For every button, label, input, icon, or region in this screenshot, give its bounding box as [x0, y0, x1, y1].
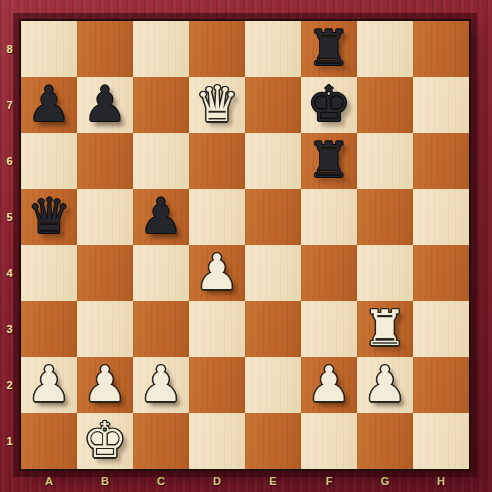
square-b4[interactable] — [77, 245, 133, 301]
square-d2[interactable] — [189, 357, 245, 413]
square-f7[interactable]: ♚ — [301, 77, 357, 133]
square-d7[interactable]: ♛ — [189, 77, 245, 133]
file-label-d: D — [189, 469, 245, 492]
square-g4[interactable] — [357, 245, 413, 301]
square-h7[interactable] — [413, 77, 469, 133]
rank-label-2: 2 — [0, 357, 19, 413]
square-f4[interactable] — [301, 245, 357, 301]
square-b8[interactable] — [77, 21, 133, 77]
square-c5[interactable]: ♟ — [133, 189, 189, 245]
square-c8[interactable] — [133, 21, 189, 77]
black-queen-a5[interactable]: ♛ — [27, 189, 71, 245]
square-a3[interactable] — [21, 301, 77, 357]
square-e3[interactable] — [245, 301, 301, 357]
rank-label-8: 8 — [0, 21, 19, 77]
square-b2[interactable]: ♟ — [77, 357, 133, 413]
square-c2[interactable]: ♟ — [133, 357, 189, 413]
rank-label-6: 6 — [0, 133, 19, 189]
file-label-a: A — [21, 469, 77, 492]
square-c6[interactable] — [133, 133, 189, 189]
square-e4[interactable] — [245, 245, 301, 301]
square-d4[interactable]: ♟ — [189, 245, 245, 301]
black-rook-f6[interactable]: ♜ — [307, 133, 351, 189]
black-pawn-c5[interactable]: ♟ — [139, 189, 183, 245]
square-d6[interactable] — [189, 133, 245, 189]
square-c7[interactable] — [133, 77, 189, 133]
square-f1[interactable] — [301, 413, 357, 469]
square-b5[interactable] — [77, 189, 133, 245]
white-pawn-g2[interactable]: ♟ — [363, 357, 407, 413]
square-e8[interactable] — [245, 21, 301, 77]
file-label-b: B — [77, 469, 133, 492]
file-label-g: G — [357, 469, 413, 492]
white-pawn-a2[interactable]: ♟ — [27, 357, 71, 413]
square-f3[interactable] — [301, 301, 357, 357]
square-h1[interactable] — [413, 413, 469, 469]
square-g7[interactable] — [357, 77, 413, 133]
square-h2[interactable] — [413, 357, 469, 413]
square-g6[interactable] — [357, 133, 413, 189]
square-e2[interactable] — [245, 357, 301, 413]
square-g2[interactable]: ♟ — [357, 357, 413, 413]
file-label-h: H — [413, 469, 469, 492]
square-d1[interactable] — [189, 413, 245, 469]
square-e7[interactable] — [245, 77, 301, 133]
square-h3[interactable] — [413, 301, 469, 357]
square-g8[interactable] — [357, 21, 413, 77]
square-a2[interactable]: ♟ — [21, 357, 77, 413]
square-g3[interactable]: ♜ — [357, 301, 413, 357]
square-h5[interactable] — [413, 189, 469, 245]
square-a1[interactable] — [21, 413, 77, 469]
chess-board[interactable]: ♜♟♟♛♚♜♛♟♟♜♟♟♟♟♟♚ — [21, 21, 469, 469]
white-queen-d7[interactable]: ♛ — [195, 77, 239, 133]
square-h6[interactable] — [413, 133, 469, 189]
black-pawn-a7[interactable]: ♟ — [27, 77, 71, 133]
white-pawn-d4[interactable]: ♟ — [195, 245, 239, 301]
square-f5[interactable] — [301, 189, 357, 245]
white-pawn-c2[interactable]: ♟ — [139, 357, 183, 413]
square-d5[interactable] — [189, 189, 245, 245]
white-pawn-f2[interactable]: ♟ — [307, 357, 351, 413]
rank-label-7: 7 — [0, 77, 19, 133]
square-g1[interactable] — [357, 413, 413, 469]
square-a4[interactable] — [21, 245, 77, 301]
file-label-e: E — [245, 469, 301, 492]
white-king-b1[interactable]: ♚ — [83, 413, 127, 469]
square-c3[interactable] — [133, 301, 189, 357]
rank-label-1: 1 — [0, 413, 19, 469]
square-b7[interactable]: ♟ — [77, 77, 133, 133]
square-d8[interactable] — [189, 21, 245, 77]
square-b1[interactable]: ♚ — [77, 413, 133, 469]
white-rook-g3[interactable]: ♜ — [363, 301, 407, 357]
square-h4[interactable] — [413, 245, 469, 301]
square-f2[interactable]: ♟ — [301, 357, 357, 413]
square-d3[interactable] — [189, 301, 245, 357]
square-a6[interactable] — [21, 133, 77, 189]
rank-label-5: 5 — [0, 189, 19, 245]
square-f6[interactable]: ♜ — [301, 133, 357, 189]
rank-label-3: 3 — [0, 301, 19, 357]
square-h8[interactable] — [413, 21, 469, 77]
square-a5[interactable]: ♛ — [21, 189, 77, 245]
square-c4[interactable] — [133, 245, 189, 301]
square-e1[interactable] — [245, 413, 301, 469]
square-f8[interactable]: ♜ — [301, 21, 357, 77]
white-pawn-b2[interactable]: ♟ — [83, 357, 127, 413]
black-rook-f8[interactable]: ♜ — [307, 21, 351, 77]
rank-label-4: 4 — [0, 245, 19, 301]
square-g5[interactable] — [357, 189, 413, 245]
chessboard-frame: 87654321 ABCDEFGH ♜♟♟♛♚♜♛♟♟♜♟♟♟♟♟♚ — [0, 0, 492, 492]
square-b3[interactable] — [77, 301, 133, 357]
square-a8[interactable] — [21, 21, 77, 77]
file-label-f: F — [301, 469, 357, 492]
black-pawn-b7[interactable]: ♟ — [83, 77, 127, 133]
square-c1[interactable] — [133, 413, 189, 469]
file-label-c: C — [133, 469, 189, 492]
black-king-f7[interactable]: ♚ — [307, 77, 351, 133]
square-e6[interactable] — [245, 133, 301, 189]
square-e5[interactable] — [245, 189, 301, 245]
square-b6[interactable] — [77, 133, 133, 189]
square-a7[interactable]: ♟ — [21, 77, 77, 133]
